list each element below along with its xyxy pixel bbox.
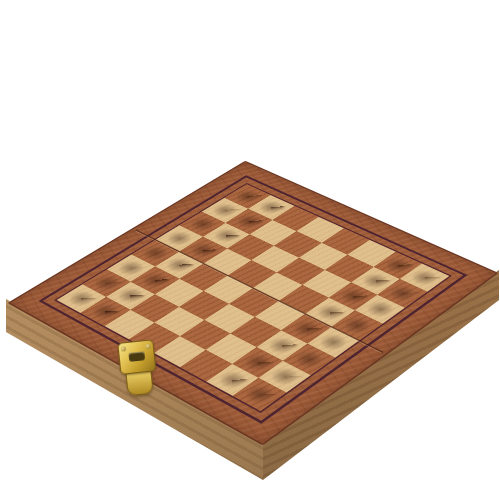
clasp-screw: [146, 344, 151, 349]
brass-clasp: [113, 339, 162, 397]
board-inner-frame: ♜♟♟♜♞♟♟♞♝♟♟♝♚♟♟♚♛♟♟♛♝♟♟♝♞♟♟♞♜♟♟♜: [38, 175, 467, 423]
square-f5: [251, 246, 299, 273]
square-d5: [204, 276, 253, 304]
square-a1: ♜: [233, 378, 286, 411]
chess-board: ♜♟♟♜♞♟♟♞♝♟♟♝♚♟♟♚♛♟♟♛♝♟♟♝♞♟♟♞♜♟♟♜: [7, 161, 498, 446]
square-a7: ♟: [80, 297, 130, 326]
clasp-screw: [121, 346, 126, 351]
white-r-glyph: ♜: [211, 345, 305, 402]
perspective-scene: ♜♟♟♜♞♟♟♞♝♟♟♝♚♟♟♚♛♟♟♛♝♟♟♝♞♟♟♞♜♟♟♜: [0, 0, 500, 500]
clasp-plate: [117, 339, 156, 375]
chess-set-photo: ♜♟♟♜♞♟♟♞♝♟♟♝♚♟♟♚♛♟♟♛♝♟♟♝♞♟♟♞♜♟♟♜: [0, 0, 500, 500]
camera-roll-wrapper: ♜♟♟♜♞♟♟♞♝♟♟♝♚♟♟♚♛♟♟♛♝♟♟♝♞♟♟♞♜♟♟♜: [0, 0, 500, 500]
playing-area: ♜♟♟♜♞♟♟♞♝♟♟♝♚♟♟♚♛♟♟♛♝♟♟♝♞♟♟♞♜♟♟♜: [54, 183, 452, 413]
